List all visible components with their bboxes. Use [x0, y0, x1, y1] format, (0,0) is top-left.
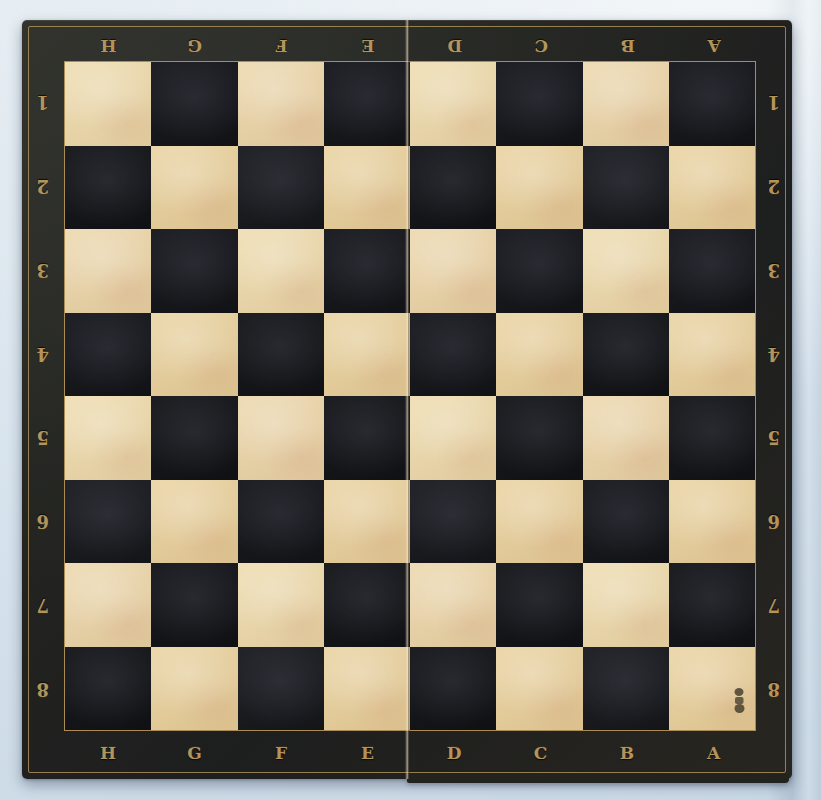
coord-text: C — [534, 36, 548, 56]
coord-label: E — [325, 729, 412, 777]
square-g5[interactable] — [151, 396, 237, 480]
square-h6[interactable] — [65, 480, 151, 564]
coord-text: 4 — [767, 344, 780, 365]
file-labels-top: HGFEDCBA — [65, 20, 757, 61]
square-b5[interactable] — [583, 396, 669, 480]
coord-text: F — [275, 36, 288, 56]
square-e2[interactable] — [324, 146, 410, 230]
square-b1[interactable] — [583, 62, 669, 146]
coord-label: 1 — [22, 61, 64, 145]
square-h8[interactable] — [65, 647, 151, 731]
coord-text: 8 — [36, 679, 49, 700]
square-f2[interactable] — [238, 146, 324, 230]
square-a6[interactable] — [669, 480, 755, 564]
coord-text: 2 — [767, 176, 780, 197]
coord-text: A — [707, 36, 721, 56]
chessboard: HGFEDCBA HGFEDCBA 12345678 12345678 — [22, 20, 792, 779]
square-f3[interactable] — [238, 229, 324, 313]
coord-label: 1 — [756, 61, 792, 145]
coord-text: H — [100, 743, 117, 763]
coord-text: 5 — [36, 427, 49, 448]
square-f7[interactable] — [238, 563, 324, 647]
coord-label: 5 — [756, 396, 792, 480]
coord-text: 7 — [36, 595, 49, 616]
board-squares-grid — [64, 61, 756, 731]
coord-label: 2 — [22, 145, 64, 229]
square-d4[interactable] — [410, 313, 496, 397]
coord-label: 2 — [756, 145, 792, 229]
square-a5[interactable] — [669, 396, 755, 480]
square-b8[interactable] — [583, 647, 669, 731]
square-b7[interactable] — [583, 563, 669, 647]
square-d8[interactable] — [410, 647, 496, 731]
coord-text: 6 — [36, 511, 49, 532]
coord-text: E — [361, 743, 374, 763]
square-c5[interactable] — [496, 396, 582, 480]
file-labels-bottom: HGFEDCBA — [65, 731, 757, 779]
coord-label: 3 — [756, 229, 792, 313]
square-a7[interactable] — [669, 563, 755, 647]
square-h2[interactable] — [65, 146, 151, 230]
square-b2[interactable] — [583, 146, 669, 230]
coord-label: A — [671, 25, 758, 66]
coord-label: H — [65, 25, 152, 66]
coord-label: 6 — [756, 480, 792, 564]
coord-label: F — [238, 25, 325, 66]
coord-text: F — [275, 743, 288, 763]
coord-text: 8 — [767, 679, 780, 700]
coord-label: 5 — [22, 396, 64, 480]
square-g7[interactable] — [151, 563, 237, 647]
square-g8[interactable] — [151, 647, 237, 731]
square-h3[interactable] — [65, 229, 151, 313]
square-f4[interactable] — [238, 313, 324, 397]
coord-text: 5 — [767, 427, 780, 448]
square-f6[interactable] — [238, 480, 324, 564]
square-f1[interactable] — [238, 62, 324, 146]
square-c2[interactable] — [496, 146, 582, 230]
coord-label: G — [152, 729, 239, 777]
square-d1[interactable] — [410, 62, 496, 146]
square-f8[interactable] — [238, 647, 324, 731]
fold-step-edge — [407, 774, 789, 783]
coord-label: F — [238, 729, 325, 777]
rank-labels-right: 12345678 — [756, 61, 792, 731]
square-b3[interactable] — [583, 229, 669, 313]
table-background: HGFEDCBA HGFEDCBA 12345678 12345678 — [0, 0, 821, 800]
rank-labels-left: 12345678 — [22, 61, 64, 731]
square-e5[interactable] — [324, 396, 410, 480]
coord-label: 4 — [22, 312, 64, 396]
square-c6[interactable] — [496, 480, 582, 564]
coord-label: D — [411, 729, 498, 777]
square-h1[interactable] — [65, 62, 151, 146]
coord-text: D — [447, 743, 462, 763]
coord-text: 2 — [36, 176, 49, 197]
square-d7[interactable] — [410, 563, 496, 647]
coord-text: 4 — [36, 344, 49, 365]
square-g3[interactable] — [151, 229, 237, 313]
coord-label: 7 — [22, 564, 64, 648]
coord-label: G — [152, 25, 239, 66]
coord-label: 8 — [22, 647, 64, 731]
square-c3[interactable] — [496, 229, 582, 313]
coord-text: 6 — [767, 511, 780, 532]
square-h5[interactable] — [65, 396, 151, 480]
square-a2[interactable] — [669, 146, 755, 230]
coord-label: 4 — [756, 312, 792, 396]
coord-text: B — [620, 36, 635, 56]
coord-text: 7 — [767, 595, 780, 616]
square-a8[interactable] — [669, 647, 755, 731]
square-e4[interactable] — [324, 313, 410, 397]
coord-label: 8 — [756, 647, 792, 731]
square-e1[interactable] — [324, 62, 410, 146]
square-e7[interactable] — [324, 563, 410, 647]
coord-text: A — [707, 743, 721, 763]
maker-mark-stamp — [732, 687, 747, 714]
coord-label: A — [671, 729, 758, 777]
square-c8[interactable] — [496, 647, 582, 731]
coord-text: 3 — [36, 260, 49, 281]
square-g4[interactable] — [151, 313, 237, 397]
square-g1[interactable] — [151, 62, 237, 146]
square-d3[interactable] — [410, 229, 496, 313]
square-d2[interactable] — [410, 146, 496, 230]
square-e6[interactable] — [324, 480, 410, 564]
coord-label: 7 — [756, 564, 792, 648]
square-c7[interactable] — [496, 563, 582, 647]
coord-label: H — [65, 729, 152, 777]
square-h4[interactable] — [65, 313, 151, 397]
coord-text: H — [100, 36, 117, 56]
coord-label: E — [325, 25, 412, 66]
square-a3[interactable] — [669, 229, 755, 313]
square-c4[interactable] — [496, 313, 582, 397]
square-a1[interactable] — [669, 62, 755, 146]
square-g2[interactable] — [151, 146, 237, 230]
coord-label: B — [584, 25, 671, 66]
square-g6[interactable] — [151, 480, 237, 564]
coord-text: G — [187, 743, 202, 763]
coord-text: 1 — [767, 92, 780, 113]
coord-label: 6 — [22, 480, 64, 564]
coord-text: 1 — [36, 92, 49, 113]
coord-text: 3 — [767, 260, 780, 281]
square-b4[interactable] — [583, 313, 669, 397]
coord-text: G — [187, 36, 202, 56]
square-c1[interactable] — [496, 62, 582, 146]
square-e8[interactable] — [324, 647, 410, 731]
square-f5[interactable] — [238, 396, 324, 480]
square-d6[interactable] — [410, 480, 496, 564]
coord-label: 3 — [22, 229, 64, 313]
coord-label: C — [498, 729, 585, 777]
square-d5[interactable] — [410, 396, 496, 480]
coord-text: B — [620, 743, 635, 763]
coord-text: D — [447, 36, 462, 56]
coord-label: D — [411, 25, 498, 66]
coord-label: B — [584, 729, 671, 777]
square-h7[interactable] — [65, 563, 151, 647]
square-a4[interactable] — [669, 313, 755, 397]
square-b6[interactable] — [583, 480, 669, 564]
coord-text: C — [534, 743, 548, 763]
coord-label: C — [498, 25, 585, 66]
square-e3[interactable] — [324, 229, 410, 313]
coord-text: E — [361, 36, 374, 56]
